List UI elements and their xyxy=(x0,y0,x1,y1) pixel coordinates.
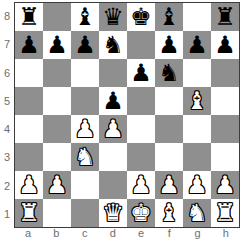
rank-label-5: 5 xyxy=(0,87,14,115)
piece-white-pawn[interactable]: ♟ xyxy=(214,173,236,197)
piece-black-pawn[interactable]: ♟ xyxy=(186,33,208,57)
piece-black-pawn[interactable]: ♟ xyxy=(158,33,180,57)
square-f1[interactable]: ♝ xyxy=(155,199,183,227)
square-a5[interactable] xyxy=(15,87,43,115)
file-label-c: c xyxy=(71,227,99,240)
file-label-f: f xyxy=(155,227,183,240)
square-f7[interactable]: ♟ xyxy=(155,31,183,59)
square-b1[interactable] xyxy=(43,199,71,227)
square-a1[interactable]: ♜ xyxy=(15,199,43,227)
piece-black-pawn[interactable]: ♟ xyxy=(130,61,152,85)
piece-white-pawn[interactable]: ♟ xyxy=(74,117,96,141)
piece-black-bishop[interactable]: ♝ xyxy=(158,5,180,29)
piece-white-knight[interactable]: ♞ xyxy=(74,145,96,169)
square-d6[interactable] xyxy=(99,59,127,87)
square-a2[interactable]: ♟ xyxy=(15,171,43,199)
piece-black-pawn[interactable]: ♟ xyxy=(102,89,124,113)
piece-white-pawn[interactable]: ♟ xyxy=(18,173,40,197)
square-e3[interactable] xyxy=(127,143,155,171)
square-b8[interactable] xyxy=(43,3,71,31)
rank-label-3: 3 xyxy=(0,143,14,171)
piece-black-queen[interactable]: ♛ xyxy=(102,5,124,29)
piece-white-pawn[interactable]: ♟ xyxy=(186,173,208,197)
square-d7[interactable]: ♞ xyxy=(99,31,127,59)
square-b4[interactable] xyxy=(43,115,71,143)
piece-black-rook[interactable]: ♜ xyxy=(214,5,236,29)
square-e8[interactable]: ♚ xyxy=(127,3,155,31)
square-f6[interactable]: ♞ xyxy=(155,59,183,87)
square-g7[interactable]: ♟ xyxy=(183,31,211,59)
square-e1[interactable]: ♚ xyxy=(127,199,155,227)
piece-white-pawn[interactable]: ♟ xyxy=(130,173,152,197)
square-a6[interactable] xyxy=(15,59,43,87)
square-d3[interactable] xyxy=(99,143,127,171)
rank-label-1: 1 xyxy=(0,200,14,228)
file-label-e: e xyxy=(127,227,155,240)
square-f3[interactable] xyxy=(155,143,183,171)
square-c5[interactable] xyxy=(71,87,99,115)
square-d5[interactable]: ♟ xyxy=(99,87,127,115)
square-d4[interactable]: ♟ xyxy=(99,115,127,143)
square-e4[interactable] xyxy=(127,115,155,143)
square-e6[interactable]: ♟ xyxy=(127,59,155,87)
rank-label-2: 2 xyxy=(0,172,14,200)
file-labels: abcdefgh xyxy=(14,227,240,240)
rank-label-7: 7 xyxy=(0,30,14,58)
piece-black-pawn[interactable]: ♟ xyxy=(214,33,236,57)
square-d2[interactable] xyxy=(99,171,127,199)
square-c4[interactable]: ♟ xyxy=(71,115,99,143)
square-g4[interactable] xyxy=(183,115,211,143)
square-h7[interactable]: ♟ xyxy=(211,31,239,59)
piece-black-pawn[interactable]: ♟ xyxy=(46,33,68,57)
piece-white-pawn[interactable]: ♟ xyxy=(158,173,180,197)
rank-label-8: 8 xyxy=(0,2,14,30)
piece-black-rook[interactable]: ♜ xyxy=(18,5,40,29)
square-f4[interactable] xyxy=(155,115,183,143)
square-d8[interactable]: ♛ xyxy=(99,3,127,31)
square-c1[interactable] xyxy=(71,199,99,227)
square-c2[interactable] xyxy=(71,171,99,199)
square-f2[interactable]: ♟ xyxy=(155,171,183,199)
file-label-a: a xyxy=(14,227,42,240)
file-label-d: d xyxy=(99,227,127,240)
square-h8[interactable]: ♜ xyxy=(211,3,239,31)
square-h6[interactable] xyxy=(211,59,239,87)
square-c8[interactable]: ♝ xyxy=(71,3,99,31)
chess-board-screenshot: 87654321 ♜♝♛♚♝♜♟♟♟♞♟♟♟♟♞♟♝♟♟♞♟♟♟♟♟♟♜♛♚♝♞… xyxy=(0,0,240,240)
piece-black-pawn[interactable]: ♟ xyxy=(74,33,96,57)
file-label-b: b xyxy=(42,227,70,240)
piece-black-pawn[interactable]: ♟ xyxy=(18,33,40,57)
square-d1[interactable]: ♛ xyxy=(99,199,127,227)
square-f8[interactable]: ♝ xyxy=(155,3,183,31)
piece-white-pawn[interactable]: ♟ xyxy=(46,173,68,197)
piece-white-bishop[interactable]: ♝ xyxy=(186,89,208,113)
piece-white-rook[interactable]: ♜ xyxy=(214,201,236,225)
square-e2[interactable]: ♟ xyxy=(127,171,155,199)
square-a7[interactable]: ♟ xyxy=(15,31,43,59)
file-label-g: g xyxy=(184,227,212,240)
rank-labels: 87654321 xyxy=(0,2,14,228)
piece-black-knight[interactable]: ♞ xyxy=(102,33,124,57)
rank-label-4: 4 xyxy=(0,115,14,143)
square-a3[interactable] xyxy=(15,143,43,171)
square-h4[interactable] xyxy=(211,115,239,143)
piece-black-bishop[interactable]: ♝ xyxy=(74,5,96,29)
square-a4[interactable] xyxy=(15,115,43,143)
piece-black-king[interactable]: ♚ xyxy=(130,5,152,29)
piece-black-knight[interactable]: ♞ xyxy=(158,61,180,85)
piece-white-queen[interactable]: ♛ xyxy=(102,201,124,225)
square-b2[interactable]: ♟ xyxy=(43,171,71,199)
square-b7[interactable]: ♟ xyxy=(43,31,71,59)
square-g1[interactable]: ♞ xyxy=(183,199,211,227)
square-b5[interactable] xyxy=(43,87,71,115)
square-c7[interactable]: ♟ xyxy=(71,31,99,59)
piece-white-pawn[interactable]: ♟ xyxy=(102,117,124,141)
square-e7[interactable] xyxy=(127,31,155,59)
square-g5[interactable]: ♝ xyxy=(183,87,211,115)
square-g8[interactable] xyxy=(183,3,211,31)
chess-board: ♜♝♛♚♝♜♟♟♟♞♟♟♟♟♞♟♝♟♟♞♟♟♟♟♟♟♜♛♚♝♞♜ xyxy=(14,2,240,228)
square-b3[interactable] xyxy=(43,143,71,171)
square-b6[interactable] xyxy=(43,59,71,87)
square-h1[interactable]: ♜ xyxy=(211,199,239,227)
file-label-h: h xyxy=(212,227,240,240)
piece-white-king[interactable]: ♚ xyxy=(130,201,152,225)
square-h3[interactable] xyxy=(211,143,239,171)
piece-white-bishop[interactable]: ♝ xyxy=(158,201,180,225)
square-c6[interactable] xyxy=(71,59,99,87)
piece-white-rook[interactable]: ♜ xyxy=(18,201,40,225)
square-a8[interactable]: ♜ xyxy=(15,3,43,31)
square-g3[interactable] xyxy=(183,143,211,171)
piece-white-knight[interactable]: ♞ xyxy=(186,201,208,225)
square-h5[interactable] xyxy=(211,87,239,115)
rank-label-6: 6 xyxy=(0,59,14,87)
square-g2[interactable]: ♟ xyxy=(183,171,211,199)
square-e5[interactable] xyxy=(127,87,155,115)
square-c3[interactable]: ♞ xyxy=(71,143,99,171)
square-f5[interactable] xyxy=(155,87,183,115)
square-h2[interactable]: ♟ xyxy=(211,171,239,199)
square-g6[interactable] xyxy=(183,59,211,87)
